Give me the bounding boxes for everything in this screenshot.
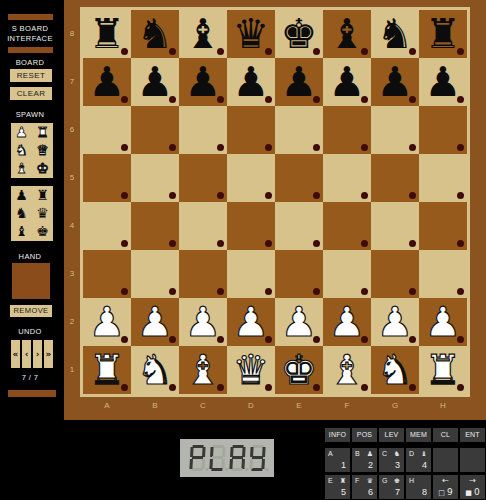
square-e6[interactable] bbox=[275, 106, 323, 154]
sensor-dot bbox=[121, 240, 128, 247]
sensor-dot bbox=[409, 144, 416, 151]
square-h1[interactable]: ♜ bbox=[419, 346, 467, 394]
sensor-dot bbox=[217, 48, 224, 55]
spawn-white-king[interactable]: ♚ bbox=[32, 159, 53, 177]
a1-key[interactable]: A1 bbox=[325, 448, 350, 472]
square-g5[interactable] bbox=[371, 154, 419, 202]
square-b3[interactable] bbox=[131, 250, 179, 298]
file-label-g: G bbox=[371, 399, 419, 413]
sensor-dot bbox=[409, 240, 416, 247]
square-d3[interactable] bbox=[227, 250, 275, 298]
spawn-white-pawn[interactable]: ♟ bbox=[11, 123, 32, 141]
lcd-digit bbox=[189, 445, 205, 471]
square-e2[interactable]: ♟ bbox=[275, 298, 323, 346]
file-label-b: B bbox=[131, 399, 179, 413]
cl-key[interactable]: CL bbox=[433, 428, 458, 442]
square-g7[interactable]: ♟ bbox=[371, 58, 419, 106]
left-arrow-icon: ← bbox=[433, 476, 458, 485]
spawn-white-rook[interactable]: ♜ bbox=[32, 123, 53, 141]
sensor-dot bbox=[217, 144, 224, 151]
sensor-dot bbox=[409, 96, 416, 103]
spawn-black-queen[interactable]: ♛ bbox=[32, 204, 53, 222]
square-b7[interactable]: ♟ bbox=[131, 58, 179, 106]
info-key[interactable]: INFO bbox=[325, 428, 350, 442]
sensor-dot bbox=[409, 192, 416, 199]
reset-button[interactable]: RESET bbox=[10, 69, 52, 82]
sensor-dot bbox=[169, 288, 176, 295]
sensor-dot bbox=[361, 384, 368, 391]
sensor-dot bbox=[217, 240, 224, 247]
b2-key[interactable]: B2♟ bbox=[352, 448, 377, 472]
sensor-dot bbox=[457, 192, 464, 199]
key-letter: E bbox=[328, 477, 333, 484]
square-f1[interactable]: ♝ bbox=[323, 346, 371, 394]
sensor-dot bbox=[409, 48, 416, 55]
file-label-d: D bbox=[227, 399, 275, 413]
remove-button[interactable]: REMOVE bbox=[10, 305, 52, 317]
key-letter: F bbox=[355, 477, 359, 484]
rank-label-8: 8 bbox=[64, 10, 80, 58]
square-c2[interactable]: ♟ bbox=[179, 298, 227, 346]
sensor-dot bbox=[265, 240, 272, 247]
square-g8[interactable]: ♞ bbox=[371, 10, 419, 58]
key-letter: D bbox=[409, 450, 414, 457]
sensor-dot bbox=[265, 336, 272, 343]
spawn-panel-black: ♟♜♞♛♝♚ bbox=[11, 186, 53, 241]
sensor-dot bbox=[313, 240, 320, 247]
square-b1[interactable]: ♞ bbox=[131, 346, 179, 394]
back-square-9-key[interactable]: ←□ 9 bbox=[433, 475, 458, 499]
sensor-dot bbox=[121, 96, 128, 103]
key-letter: A bbox=[328, 450, 333, 457]
square-c7[interactable]: ♟ bbox=[179, 58, 227, 106]
sensor-dot bbox=[361, 144, 368, 151]
square-d4[interactable] bbox=[227, 202, 275, 250]
accent-bar-bottom bbox=[8, 390, 56, 397]
hand-slot[interactable] bbox=[12, 263, 50, 299]
spawn-panel-white: ♟♜♞♛♝♚ bbox=[11, 123, 53, 178]
sensor-dot bbox=[265, 144, 272, 151]
sensor-dot bbox=[409, 288, 416, 295]
forward-square-0-key[interactable]: →■ 0 bbox=[460, 475, 485, 499]
pawn-icon: ♟ bbox=[367, 450, 373, 458]
sensor-dot bbox=[121, 336, 128, 343]
undo-rewind-button[interactable]: « bbox=[11, 340, 20, 368]
sensor-dot bbox=[313, 384, 320, 391]
lcd-digit bbox=[249, 445, 265, 471]
rank-label-3: 3 bbox=[64, 250, 80, 298]
square-h3[interactable] bbox=[419, 250, 467, 298]
sensor-dot bbox=[169, 48, 176, 55]
key-digit: 2 bbox=[368, 460, 373, 470]
sensor-dot bbox=[457, 96, 464, 103]
square-a2[interactable]: ♟ bbox=[83, 298, 131, 346]
square-a4[interactable] bbox=[83, 202, 131, 250]
board-grid: ♜♞♝♛♚♝♞♜♟♟♟♟♟♟♟♟♟♟♟♟♟♟♟♟♜♞♝♛♚♝♞♜ bbox=[83, 10, 467, 394]
ent-key[interactable]: ENT bbox=[460, 428, 485, 442]
sensor-dot bbox=[217, 288, 224, 295]
square-h4[interactable] bbox=[419, 202, 467, 250]
key-letter: B bbox=[355, 450, 360, 457]
square-d5[interactable] bbox=[227, 154, 275, 202]
g7-key[interactable]: G7♚ bbox=[379, 475, 404, 499]
knight-icon: ♞ bbox=[394, 450, 400, 458]
sensor-dot bbox=[313, 192, 320, 199]
file-label-c: C bbox=[179, 399, 227, 413]
key-letter: C bbox=[382, 450, 387, 457]
square-c6[interactable] bbox=[179, 106, 227, 154]
sensor-dot bbox=[313, 288, 320, 295]
sensor-dot bbox=[265, 192, 272, 199]
undo-forward-button[interactable]: › bbox=[33, 340, 42, 368]
sensor-dot bbox=[313, 96, 320, 103]
square-g3[interactable] bbox=[371, 250, 419, 298]
square-g6[interactable] bbox=[371, 106, 419, 154]
sensor-dot bbox=[409, 336, 416, 343]
sensor-dot bbox=[169, 336, 176, 343]
sensor-dot bbox=[217, 336, 224, 343]
right-arrow-icon: → bbox=[460, 476, 485, 485]
rank-label-4: 4 bbox=[64, 202, 80, 250]
square-c1[interactable]: ♝ bbox=[179, 346, 227, 394]
d4-key[interactable]: D4♝ bbox=[406, 448, 431, 472]
square-b6[interactable] bbox=[131, 106, 179, 154]
sensor-dot bbox=[457, 288, 464, 295]
key-digit: 7 bbox=[395, 487, 400, 497]
keypad: INFOPOSLEVMEMCLENTA1B2♟C3♞D4♝E5♜F6♛G7♚H8… bbox=[325, 428, 486, 500]
sensor-dot bbox=[361, 240, 368, 247]
square-b2[interactable]: ♟ bbox=[131, 298, 179, 346]
key-digit: 4 bbox=[422, 460, 427, 470]
app-title-line1: S BOARD bbox=[0, 24, 60, 33]
square-f5[interactable] bbox=[323, 154, 371, 202]
h8-key[interactable]: H8 bbox=[406, 475, 431, 499]
square-e7[interactable]: ♟ bbox=[275, 58, 323, 106]
c3-key[interactable]: C3♞ bbox=[379, 448, 404, 472]
rook-icon: ♜ bbox=[340, 477, 346, 485]
f6-key[interactable]: F6♛ bbox=[352, 475, 377, 499]
sensor-dot bbox=[361, 96, 368, 103]
square-a7[interactable]: ♟ bbox=[83, 58, 131, 106]
spawn-black-rook[interactable]: ♜ bbox=[32, 186, 53, 204]
key-digit: 6 bbox=[368, 487, 373, 497]
square-f4[interactable] bbox=[323, 202, 371, 250]
sensor-dot bbox=[265, 96, 272, 103]
square-c3[interactable] bbox=[179, 250, 227, 298]
e5-key[interactable]: E5♜ bbox=[325, 475, 350, 499]
square-b5[interactable] bbox=[131, 154, 179, 202]
sensor-dot bbox=[457, 48, 464, 55]
sensor-dot bbox=[361, 288, 368, 295]
clear-button[interactable]: CLEAR bbox=[10, 87, 52, 100]
sensor-dot bbox=[217, 192, 224, 199]
undo-counter: 7 / 7 bbox=[0, 373, 60, 382]
square-e5[interactable] bbox=[275, 154, 323, 202]
square-h5[interactable] bbox=[419, 154, 467, 202]
sensor-dot bbox=[313, 144, 320, 151]
king-icon: ♚ bbox=[394, 477, 400, 485]
square-a8[interactable]: ♜ bbox=[83, 10, 131, 58]
square-b4[interactable] bbox=[131, 202, 179, 250]
spawn-white-knight[interactable]: ♞ bbox=[11, 141, 32, 159]
square-e8[interactable]: ♚ bbox=[275, 10, 323, 58]
square-h8[interactable]: ♜ bbox=[419, 10, 467, 58]
sensor-dot bbox=[121, 288, 128, 295]
square-h7[interactable]: ♟ bbox=[419, 58, 467, 106]
undo-section-label: UNDO bbox=[0, 327, 60, 336]
square-f7[interactable]: ♟ bbox=[323, 58, 371, 106]
queen-icon: ♛ bbox=[367, 477, 373, 485]
sensor-dot bbox=[457, 144, 464, 151]
square-a3[interactable] bbox=[83, 250, 131, 298]
square-f3[interactable] bbox=[323, 250, 371, 298]
spawn-section-label: SPAWN bbox=[0, 110, 60, 119]
undo-controls: «‹›» bbox=[11, 340, 53, 368]
board-section-label: BOARD bbox=[0, 58, 60, 67]
lcd-digit bbox=[229, 445, 245, 471]
chess-board: 87654321 ♜♞♝♛♚♝♞♜♟♟♟♟♟♟♟♟♟♟♟♟♟♟♟♟♜♞♝♛♚♝♞… bbox=[64, 0, 486, 420]
square-f2[interactable]: ♟ bbox=[323, 298, 371, 346]
rank-label-1: 1 bbox=[64, 346, 80, 394]
lev-key[interactable]: LEV bbox=[379, 428, 404, 442]
square-d2[interactable]: ♟ bbox=[227, 298, 275, 346]
sensor-dot bbox=[409, 384, 416, 391]
rank-label-6: 6 bbox=[64, 106, 80, 154]
key-digit: 5 bbox=[341, 487, 346, 497]
square-b8[interactable]: ♞ bbox=[131, 10, 179, 58]
sensor-dot bbox=[121, 384, 128, 391]
square-d1[interactable]: ♛ bbox=[227, 346, 275, 394]
lcd-digit bbox=[209, 445, 225, 471]
key-letter: G bbox=[382, 477, 387, 484]
app-title-line2: INTERFACE bbox=[0, 34, 60, 43]
sensor-dot bbox=[457, 384, 464, 391]
lcd-display bbox=[180, 439, 274, 477]
square-g2[interactable]: ♟ bbox=[371, 298, 419, 346]
square-c4[interactable] bbox=[179, 202, 227, 250]
spawn-black-king[interactable]: ♚ bbox=[32, 222, 53, 240]
square-e1[interactable]: ♚ bbox=[275, 346, 323, 394]
square-h6[interactable] bbox=[419, 106, 467, 154]
sensor-dot bbox=[457, 240, 464, 247]
rank-label-7: 7 bbox=[64, 58, 80, 106]
square-g4[interactable] bbox=[371, 202, 419, 250]
key-letter: H bbox=[409, 477, 414, 484]
spawn-white-queen[interactable]: ♛ bbox=[32, 141, 53, 159]
key-digit: 8 bbox=[422, 487, 427, 497]
sensor-dot bbox=[361, 48, 368, 55]
sensor-dot bbox=[361, 336, 368, 343]
sensor-dot bbox=[265, 288, 272, 295]
sensor-dot bbox=[217, 96, 224, 103]
bishop-icon: ♝ bbox=[421, 450, 427, 458]
sensor-dot bbox=[169, 96, 176, 103]
hand-section-label: HAND bbox=[0, 252, 60, 261]
square-d8[interactable]: ♛ bbox=[227, 10, 275, 58]
accent-bar-mid bbox=[8, 47, 53, 53]
board-frame: ♜♞♝♛♚♝♞♜♟♟♟♟♟♟♟♟♟♟♟♟♟♟♟♟♜♞♝♛♚♝♞♜ bbox=[80, 7, 470, 397]
square-a5[interactable] bbox=[83, 154, 131, 202]
sensor-dot bbox=[121, 144, 128, 151]
square-e4[interactable] bbox=[275, 202, 323, 250]
sensor-dot bbox=[457, 336, 464, 343]
undo-fast-forward-button[interactable]: » bbox=[44, 340, 53, 368]
square-d7[interactable]: ♟ bbox=[227, 58, 275, 106]
key-symbol-digit: □ 9 bbox=[433, 487, 458, 497]
sensor-dot bbox=[121, 192, 128, 199]
sensor-dot bbox=[313, 336, 320, 343]
accent-bar-top bbox=[8, 14, 53, 20]
sensor-dot bbox=[361, 192, 368, 199]
pos-key[interactable]: POS bbox=[352, 428, 377, 442]
spawn-black-pawn[interactable]: ♟ bbox=[11, 186, 32, 204]
sensor-dot bbox=[217, 384, 224, 391]
square-h2[interactable]: ♟ bbox=[419, 298, 467, 346]
square-e3[interactable] bbox=[275, 250, 323, 298]
undo-back-button[interactable]: ‹ bbox=[22, 340, 31, 368]
sensor-dot bbox=[265, 48, 272, 55]
key-digit: 1 bbox=[341, 460, 346, 470]
sensor-dot bbox=[265, 384, 272, 391]
sensor-dot bbox=[169, 144, 176, 151]
file-label-e: E bbox=[275, 399, 323, 413]
square-d6[interactable] bbox=[227, 106, 275, 154]
sensor-dot bbox=[169, 240, 176, 247]
file-label-f: F bbox=[323, 399, 371, 413]
square-f8[interactable]: ♝ bbox=[323, 10, 371, 58]
key-digit: 3 bbox=[395, 460, 400, 470]
square-c8[interactable]: ♝ bbox=[179, 10, 227, 58]
sensor-dot bbox=[121, 48, 128, 55]
rank-label-2: 2 bbox=[64, 298, 80, 346]
blank-key[interactable] bbox=[433, 448, 458, 472]
mem-key[interactable]: MEM bbox=[406, 428, 431, 442]
spawn-black-bishop[interactable]: ♝ bbox=[11, 222, 32, 240]
square-c5[interactable] bbox=[179, 154, 227, 202]
file-label-h: H bbox=[419, 399, 467, 413]
rank-label-5: 5 bbox=[64, 154, 80, 202]
blank-key[interactable] bbox=[460, 448, 485, 472]
key-symbol-digit: ■ 0 bbox=[460, 487, 485, 497]
square-g1[interactable]: ♞ bbox=[371, 346, 419, 394]
sensor-dot bbox=[169, 192, 176, 199]
spawn-black-knight[interactable]: ♞ bbox=[11, 204, 32, 222]
sensor-dot bbox=[313, 48, 320, 55]
sidebar: S BOARD INTERFACE BOARD RESET CLEAR SPAW… bbox=[0, 0, 64, 422]
square-a1[interactable]: ♜ bbox=[83, 346, 131, 394]
file-label-a: A bbox=[83, 399, 131, 413]
spawn-white-bishop[interactable]: ♝ bbox=[11, 159, 32, 177]
sensor-dot bbox=[169, 384, 176, 391]
square-f6[interactable] bbox=[323, 106, 371, 154]
square-a6[interactable] bbox=[83, 106, 131, 154]
